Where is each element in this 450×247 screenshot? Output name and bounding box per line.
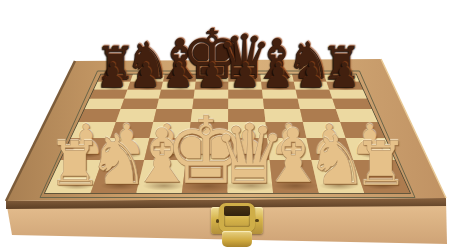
piece-dark-pawn-b7[interactable]: ♟ [130,58,161,92]
square-g5[interactable] [298,99,336,110]
chess-set-photo: ♜♞♝♚♛♝♞♜♟♟♟♟♟♟♟♟♟♟♟♟♟♟♟♟♜♞♝♚♛♝♞♜ [0,0,450,247]
piece-dark-pawn-e7[interactable]: ♟ [230,58,261,92]
piece-dark-pawn-f7[interactable]: ♟ [263,58,294,92]
square-a5[interactable] [85,99,125,110]
clasp-catch-bar [224,206,250,216]
clasp-screw-right [255,219,259,223]
piece-light-rook-h1[interactable]: ♜ [353,132,408,193]
clasp-screw-left [216,219,220,223]
piece-dark-pawn-c7[interactable]: ♟ [163,58,194,92]
piece-dark-pawn-d7[interactable]: ♟ [197,58,228,92]
piece-dark-pawn-a7[interactable]: ♟ [97,58,128,92]
piece-dark-pawn-h7[interactable]: ♟ [329,58,360,92]
piece-dark-pawn-g7[interactable]: ♟ [296,58,327,92]
clasp-tongue [222,231,252,247]
square-h5[interactable] [332,99,371,110]
square-b5[interactable] [121,99,159,110]
